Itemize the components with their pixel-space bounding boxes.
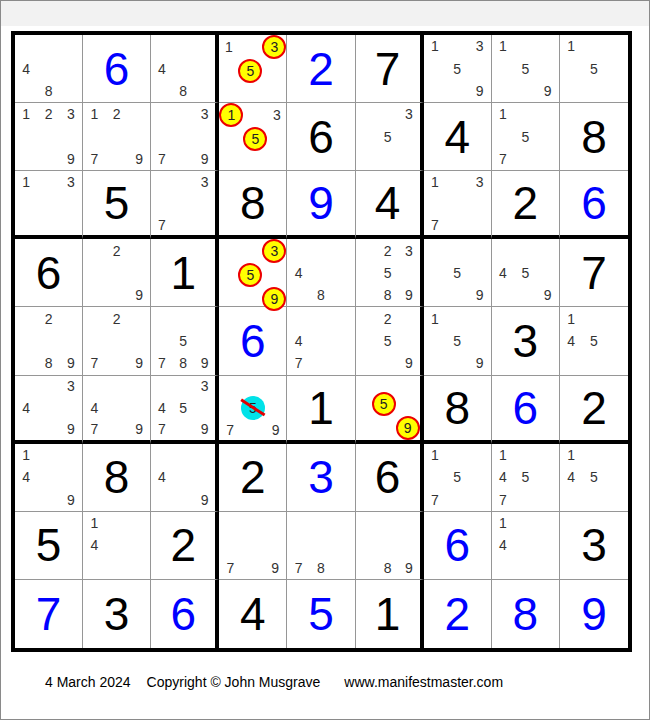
pencil-marks: 379	[151, 103, 215, 170]
candidate: 3	[60, 376, 82, 397]
candidate-wrap: 3	[262, 35, 286, 59]
candidate: 1	[492, 103, 514, 125]
candidate: 9	[398, 284, 419, 306]
cell-r3c9[interactable]: 6	[560, 171, 628, 239]
cell-r9c6[interactable]: 1	[356, 580, 424, 648]
cell-r3c2[interactable]: 5	[83, 171, 151, 239]
candidate: 5	[583, 466, 606, 488]
candidate: 5	[173, 397, 194, 418]
given-digit: 2	[492, 171, 559, 235]
candidate: 7	[287, 352, 309, 374]
cell-r1c7[interactable]: 1359	[424, 35, 492, 103]
candidate-wrap: 3	[262, 239, 286, 263]
candidate: 4	[151, 397, 172, 418]
cell-r6c5[interactable]: 1	[287, 376, 355, 444]
given-digit: 1	[151, 239, 215, 306]
candidate: 2	[37, 103, 59, 125]
candidate: 7	[83, 418, 105, 439]
pencil-marks: 5789	[151, 307, 215, 374]
candidate: 9	[468, 352, 490, 374]
candidate: 1	[219, 35, 238, 59]
solved-digit: 6	[560, 171, 628, 235]
candidate: 5	[514, 466, 536, 488]
cell-r9c3[interactable]: 6	[151, 580, 219, 648]
solved-digit: 5	[287, 580, 354, 648]
solved-digit: 6	[219, 307, 286, 374]
cell-r6c2[interactable]: 479	[83, 376, 151, 444]
candidate: 5	[173, 330, 194, 352]
given-digit: 6	[356, 444, 420, 511]
cell-r7c9[interactable]: 145	[560, 444, 628, 512]
highlighted-candidate: 5	[238, 263, 262, 287]
cell-r9c7[interactable]: 2	[424, 580, 492, 648]
candidate: 7	[219, 557, 241, 579]
cell-r8c9[interactable]: 3	[560, 512, 628, 580]
cell-r4c9[interactable]: 7	[560, 239, 628, 307]
highlighted-candidate: 9	[396, 416, 420, 440]
cell-r1c2[interactable]: 6	[83, 35, 151, 103]
candidate: 9	[468, 284, 490, 306]
cell-r2c2[interactable]: 1279	[83, 103, 151, 171]
given-digit: 5	[83, 171, 150, 235]
candidate: 2	[37, 307, 59, 329]
candidate: 2	[105, 103, 127, 125]
pencil-marks: 1457	[492, 444, 559, 511]
highlighted-candidate: 3	[262, 35, 286, 59]
cell-r5c9[interactable]: 145	[560, 307, 628, 375]
cell-r7c8[interactable]: 1457	[492, 444, 560, 512]
candidate: 1	[83, 103, 105, 125]
candidate-wrap: 9	[396, 416, 420, 440]
given-digit: 8	[83, 444, 150, 511]
pencil-marks: 459	[492, 239, 559, 306]
pencil-marks: 23589	[356, 239, 420, 306]
given-digit: 8	[219, 171, 286, 235]
pencil-marks: 14	[492, 512, 559, 579]
pencil-marks: 159	[424, 307, 491, 374]
candidate: 9	[537, 284, 559, 306]
pencil-marks: 349	[15, 376, 82, 440]
pencil-marks: 1239	[15, 103, 82, 170]
candidate: 8	[310, 557, 332, 579]
cell-r8c6[interactable]: 89	[356, 512, 424, 580]
candidate: 5	[377, 125, 398, 147]
solved-digit: 9	[560, 580, 628, 648]
candidate-wrap: 5	[238, 59, 262, 83]
candidate: 1	[560, 307, 583, 329]
candidate-wrap: 5	[372, 392, 396, 416]
given-digit: 5	[15, 512, 82, 579]
cell-r1c1[interactable]: 48	[15, 35, 83, 103]
pencil-marks: 59	[356, 376, 420, 440]
candidate: 3	[468, 35, 490, 57]
candidate: 9	[194, 352, 215, 374]
cell-r9c9[interactable]: 9	[560, 580, 628, 648]
candidate: 4	[492, 262, 514, 284]
pencil-marks: 15	[560, 35, 628, 102]
candidate: 1	[492, 512, 514, 534]
pencil-marks: 157	[424, 444, 491, 511]
candidate: 3	[398, 239, 419, 261]
candidate: 8	[37, 80, 59, 102]
candidate: 3	[194, 171, 215, 192]
cell-r5c5[interactable]: 47	[287, 307, 355, 375]
pencil-marks: 289	[15, 307, 82, 374]
candidate: 3	[60, 171, 82, 192]
given-digit: 3	[560, 512, 628, 579]
candidate: 1	[424, 35, 446, 57]
cell-r4c1[interactable]: 6	[15, 239, 83, 307]
candidate: 8	[310, 284, 332, 306]
candidate: 7	[83, 352, 105, 374]
candidate: 7	[287, 557, 309, 579]
candidate: 9	[468, 80, 490, 102]
pencil-marks: 48	[151, 35, 215, 102]
candidate: 9	[60, 148, 82, 170]
candidate: 9	[264, 557, 286, 579]
pencil-marks: 579	[219, 376, 286, 440]
cell-r3c7[interactable]: 137	[424, 171, 492, 239]
cell-r6c7[interactable]: 8	[424, 376, 492, 444]
cell-r6c3[interactable]: 34579	[151, 376, 219, 444]
candidate: 5	[446, 262, 468, 284]
given-digit: 4	[424, 103, 491, 170]
candidate: 7	[151, 418, 172, 439]
pencil-marks: 259	[356, 307, 420, 374]
pencil-marks: 145	[560, 307, 628, 374]
candidate: 9	[60, 418, 82, 439]
pencil-marks: 1279	[83, 103, 150, 170]
date-text: 4 March 2024	[45, 674, 131, 690]
cell-r8c3[interactable]: 2	[151, 512, 219, 580]
cell-r3c5[interactable]: 9	[287, 171, 355, 239]
given-digit: 8	[424, 376, 491, 440]
solved-digit: 9	[287, 171, 354, 235]
cell-r6c8[interactable]: 6	[492, 376, 560, 444]
cell-r8c4[interactable]: 79	[219, 512, 287, 580]
cell-r6c6[interactable]: 59	[356, 376, 424, 444]
cell-r7c5[interactable]: 3	[287, 444, 355, 512]
candidate: 1	[424, 171, 446, 192]
pencil-marks: 78	[287, 512, 354, 579]
candidate: 2	[377, 239, 398, 261]
highlighted-candidate: 1	[219, 103, 243, 127]
given-digit: 1	[287, 376, 354, 440]
solved-digit: 8	[492, 580, 559, 648]
cell-r2c3[interactable]: 379	[151, 103, 219, 171]
candidate: 9	[128, 352, 150, 374]
pencil-marks: 135	[219, 35, 286, 102]
cell-r7c4[interactable]: 2	[219, 444, 287, 512]
candidate: 9	[60, 352, 82, 374]
given-digit: 3	[492, 307, 559, 374]
given-digit: 2	[151, 512, 215, 579]
cell-r2c4[interactable]: 135	[219, 103, 287, 171]
given-digit: 4	[219, 580, 286, 648]
candidate: 1	[15, 171, 37, 192]
cell-r8c2[interactable]: 14	[83, 512, 151, 580]
candidate: 9	[398, 557, 419, 579]
candidate: 5	[514, 262, 536, 284]
cell-r7c3[interactable]: 49	[151, 444, 219, 512]
pencil-marks: 279	[83, 307, 150, 374]
solved-digit: 6	[424, 512, 491, 579]
pencil-marks: 1359	[424, 35, 491, 102]
highlighted-candidate: 5	[372, 392, 396, 416]
cell-r9c4[interactable]: 4	[219, 580, 287, 648]
cell-r2c6[interactable]: 35	[356, 103, 424, 171]
cell-r1c9[interactable]: 15	[560, 35, 628, 103]
pencil-marks: 479	[83, 376, 150, 440]
candidate: 9	[398, 352, 419, 374]
candidate: 4	[560, 466, 583, 488]
cell-r3c3[interactable]: 37	[151, 171, 219, 239]
candidate-wrap: 5	[241, 396, 265, 420]
cell-r4c3[interactable]: 1	[151, 239, 219, 307]
candidate: 4	[15, 57, 37, 79]
cell-r2c1[interactable]: 1239	[15, 103, 83, 171]
candidate: 4	[83, 397, 105, 418]
cell-r3c6[interactable]: 4	[356, 171, 424, 239]
pencil-marks: 157	[492, 103, 559, 170]
highlighted-candidate: 5	[243, 127, 267, 151]
cell-r3c1[interactable]: 13	[15, 171, 83, 239]
candidate: 8	[377, 284, 398, 306]
cell-r7c6[interactable]: 6	[356, 444, 424, 512]
cell-r5c6[interactable]: 259	[356, 307, 424, 375]
candidate: 5	[446, 466, 468, 488]
cell-r5c3[interactable]: 5789	[151, 307, 219, 375]
pencil-marks: 359	[219, 239, 286, 306]
candidate: 7	[83, 148, 105, 170]
cell-r3c8[interactable]: 2	[492, 171, 560, 239]
candidate: 2	[377, 307, 398, 329]
candidate: 3	[194, 103, 215, 125]
solved-digit: 2	[424, 580, 491, 648]
candidate: 5	[514, 57, 536, 79]
candidate: 1	[83, 512, 105, 534]
pencil-marks: 29	[83, 239, 150, 306]
pencil-marks: 89	[356, 512, 420, 579]
candidate-wrap: 5	[238, 263, 262, 287]
candidate: 9	[537, 80, 559, 102]
candidate: 7	[151, 352, 172, 374]
cell-r9c8[interactable]: 8	[492, 580, 560, 648]
cell-r2c5[interactable]: 6	[287, 103, 355, 171]
given-digit: 6	[15, 239, 82, 306]
pencil-marks: 79	[219, 512, 286, 579]
pencil-marks: 48	[15, 35, 82, 102]
highlighted-candidate: 9	[262, 287, 286, 311]
cell-r7c7[interactable]: 157	[424, 444, 492, 512]
cell-r9c2[interactable]: 3	[83, 580, 151, 648]
candidate: 8	[37, 352, 59, 374]
pencil-marks: 13	[15, 171, 82, 235]
candidate: 2	[105, 307, 127, 329]
solved-digit: 6	[83, 35, 150, 102]
candidate: 9	[128, 418, 150, 439]
cell-r3c4[interactable]: 8	[219, 171, 287, 239]
cell-r4c8[interactable]: 459	[492, 239, 560, 307]
candidate: 1	[424, 307, 446, 329]
cell-r2c9[interactable]: 8	[560, 103, 628, 171]
candidate: 7	[492, 488, 514, 510]
candidate: 3	[398, 103, 419, 125]
cell-r6c1[interactable]: 349	[15, 376, 83, 444]
cell-r7c1[interactable]: 149	[15, 444, 83, 512]
cell-r1c8[interactable]: 159	[492, 35, 560, 103]
pencil-marks: 159	[492, 35, 559, 102]
candidate: 3	[194, 376, 215, 397]
candidate: 9	[194, 488, 215, 510]
cell-r5c1[interactable]: 289	[15, 307, 83, 375]
candidate: 9	[194, 148, 215, 170]
candidate: 4	[492, 534, 514, 556]
given-digit: 8	[560, 103, 628, 170]
candidate: 3	[267, 103, 286, 127]
highlighted-candidate: 3	[262, 239, 286, 263]
candidate: 4	[15, 466, 37, 488]
candidate: 9	[128, 148, 150, 170]
candidate: 4	[287, 330, 309, 352]
cell-r9c5[interactable]: 5	[287, 580, 355, 648]
cell-r4c6[interactable]: 23589	[356, 239, 424, 307]
website-text: www.manifestmaster.com	[344, 674, 503, 690]
candidate: 8	[377, 557, 398, 579]
cell-r7c2[interactable]: 8	[83, 444, 151, 512]
cell-r1c4[interactable]: 135	[219, 35, 287, 103]
solved-digit: 6	[151, 580, 215, 648]
candidate: 9	[60, 488, 82, 510]
candidate: 4	[151, 57, 172, 79]
candidate: 5	[583, 330, 606, 352]
candidate: 4	[15, 397, 37, 418]
candidate: 5	[446, 330, 468, 352]
solved-digit: 2	[287, 35, 354, 102]
candidate: 4	[151, 466, 172, 488]
candidate: 1	[560, 35, 583, 57]
cell-r8c8[interactable]: 14	[492, 512, 560, 580]
candidate: 1	[15, 103, 37, 125]
candidate: 7	[151, 148, 172, 170]
given-digit: 3	[83, 580, 150, 648]
page: 4864813527135915915123912793791356354157…	[0, 0, 650, 720]
candidate: 3	[468, 171, 490, 192]
candidate: 9	[128, 284, 150, 306]
cell-r8c5[interactable]: 78	[287, 512, 355, 580]
cell-r6c4[interactable]: 579	[219, 376, 287, 444]
candidate: 1	[15, 444, 37, 466]
candidate: 4	[287, 262, 309, 284]
cell-r2c8[interactable]: 157	[492, 103, 560, 171]
candidate: 7	[151, 214, 172, 235]
cell-r5c7[interactable]: 159	[424, 307, 492, 375]
candidate: 8	[173, 80, 194, 102]
pencil-marks: 59	[424, 239, 491, 306]
candidate: 5	[377, 262, 398, 284]
given-digit: 2	[219, 444, 286, 511]
candidate-wrap: 5	[243, 127, 267, 151]
cell-r4c2[interactable]: 29	[83, 239, 151, 307]
given-digit: 4	[356, 171, 420, 235]
given-digit: 7	[560, 239, 628, 306]
candidate: 1	[492, 35, 514, 57]
candidate: 4	[492, 466, 514, 488]
pencil-marks: 48	[287, 239, 354, 306]
given-digit: 7	[356, 35, 420, 102]
candidate: 1	[492, 444, 514, 466]
solved-digit: 7	[15, 580, 82, 648]
cell-r4c7[interactable]: 59	[424, 239, 492, 307]
cell-r1c5[interactable]: 2	[287, 35, 355, 103]
candidate: 1	[560, 444, 583, 466]
candidate: 7	[424, 488, 446, 510]
cell-r8c7[interactable]: 6	[424, 512, 492, 580]
pencil-marks: 35	[356, 103, 420, 170]
given-digit: 2	[560, 376, 628, 440]
candidate: 1	[424, 444, 446, 466]
cell-r4c5[interactable]: 48	[287, 239, 355, 307]
pencil-marks: 137	[424, 171, 491, 235]
candidate: 3	[60, 103, 82, 125]
candidate: 8	[173, 352, 194, 374]
pencil-marks: 49	[151, 444, 215, 511]
candidate: 4	[560, 330, 583, 352]
candidate: 9	[265, 420, 287, 440]
candidate: 5	[514, 125, 536, 147]
pencil-marks: 149	[15, 444, 82, 511]
cell-r5c2[interactable]: 279	[83, 307, 151, 375]
cell-r1c6[interactable]: 7	[356, 35, 424, 103]
given-digit: 6	[287, 103, 354, 170]
solved-digit: 6	[492, 376, 559, 440]
pencil-marks: 135	[219, 103, 286, 170]
candidate-wrap: 1	[219, 103, 243, 127]
pencil-marks: 34579	[151, 376, 215, 440]
candidate: 7	[219, 420, 241, 440]
candidate: 5	[583, 57, 606, 79]
pencil-marks: 14	[83, 512, 150, 579]
footer: 4 March 2024 Copyright © John Musgrave w…	[45, 674, 503, 690]
pencil-marks: 47	[287, 307, 354, 374]
cell-r6c9[interactable]: 2	[560, 376, 628, 444]
pencil-marks: 37	[151, 171, 215, 235]
candidate-wrap: 9	[262, 287, 286, 311]
given-digit: 1	[356, 580, 420, 648]
cell-r8c1[interactable]: 5	[15, 512, 83, 580]
highlighted-candidate: 5	[238, 59, 262, 83]
candidate: 2	[105, 239, 127, 261]
candidate: 7	[492, 148, 514, 170]
cell-r2c7[interactable]: 4	[424, 103, 492, 171]
cell-r5c8[interactable]: 3	[492, 307, 560, 375]
pencil-marks: 145	[560, 444, 628, 511]
cell-r4c4[interactable]: 359	[219, 239, 287, 307]
candidate: 9	[194, 418, 215, 439]
eliminated-candidate: 5	[241, 396, 265, 420]
cell-r5c4[interactable]: 6	[219, 307, 287, 375]
cell-r9c1[interactable]: 7	[15, 580, 83, 648]
candidate: 7	[424, 214, 446, 235]
candidate: 5	[377, 330, 398, 352]
candidate: 4	[83, 534, 105, 556]
sudoku-board: 4864813527135915915123912793791356354157…	[11, 31, 632, 652]
solved-digit: 3	[287, 444, 354, 511]
top-bar	[1, 1, 649, 26]
cell-r1c3[interactable]: 48	[151, 35, 219, 103]
copyright-text: Copyright © John Musgrave	[147, 674, 321, 690]
candidate: 5	[446, 57, 468, 79]
